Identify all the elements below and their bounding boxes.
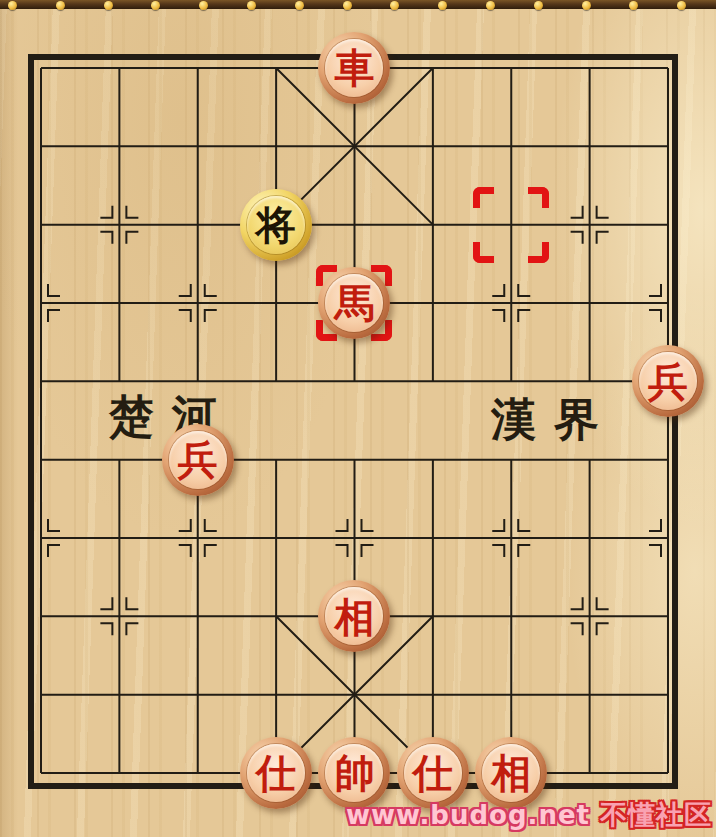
gold-stud-icon [199,1,208,10]
gold-stud-icon [390,1,399,10]
watermark-url: www.budog.net [346,800,590,830]
gold-stud-icon [151,1,160,10]
piece-character: 馬 [325,274,383,332]
gold-stud-icon [104,1,113,10]
xiangqi-game-screen: 楚河 漢界 車将馬兵兵相仕帥仕相 www.budog.net不懂社区 [0,0,716,837]
piece-red-chariot[interactable]: 車 [318,32,390,104]
piece-character: 兵 [169,431,227,489]
piece-character: 兵 [639,352,697,410]
gold-stud-icon [582,1,591,10]
watermark-community: 不懂社区 [600,799,712,830]
gold-stud-icon [8,1,17,10]
gold-stud-icon [629,1,638,10]
gold-stud-icon [343,1,352,10]
board-point: 相 [315,577,393,655]
gold-stud-icon [295,1,304,10]
gold-stud-icon [534,1,543,10]
board-point: 車 [315,29,393,107]
board-point: 将 [237,185,315,263]
piece-black-general[interactable]: 将 [240,189,312,261]
piece-red-horse[interactable]: 馬 [318,267,390,339]
piece-character: 仕 [247,744,305,802]
piece-character: 相 [325,587,383,645]
piece-red-elephant[interactable]: 相 [318,580,390,652]
gold-stud-icon [677,1,686,10]
gold-stud-icon [56,1,65,10]
piece-character: 仕 [404,744,462,802]
piece-red-soldier[interactable]: 兵 [162,424,234,496]
gold-stud-icon [438,1,447,10]
piece-red-soldier[interactable]: 兵 [632,345,704,417]
gold-stud-icon [486,1,495,10]
piece-character: 帥 [325,744,383,802]
board-point: 兵 [629,342,707,420]
board-point: 馬 [315,264,393,342]
board-point: 兵 [159,420,237,498]
piece-red-advisor[interactable]: 仕 [240,737,312,809]
piece-character: 将 [247,196,305,254]
piece-character: 車 [325,39,383,97]
piece-character: 相 [482,744,540,802]
watermark: www.budog.net不懂社区 [346,797,712,833]
decorative-top-bar [0,0,716,9]
last-move-origin [472,185,550,263]
xiangqi-board[interactable]: 車将馬兵兵相仕帥仕相 [2,29,707,812]
board-point: 仕 [237,734,315,812]
gold-stud-icon [247,1,256,10]
last-move-origin-brackets [473,187,549,263]
